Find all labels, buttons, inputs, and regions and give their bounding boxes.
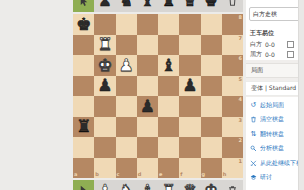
rank-label-4: 4 xyxy=(239,97,242,102)
file-label-c: c xyxy=(117,172,120,177)
square-e5[interactable] xyxy=(158,76,179,97)
square-g5[interactable] xyxy=(201,76,222,97)
square-b7[interactable]: ♜ xyxy=(94,35,115,56)
black-rook-glyph: ♜ xyxy=(162,0,175,9)
rank-label-5: 5 xyxy=(239,77,242,82)
white-rook-b7[interactable]: ♜ xyxy=(94,35,115,56)
square-f4[interactable] xyxy=(179,96,200,117)
rank-label-3: 3 xyxy=(239,118,242,123)
square-f1[interactable]: f xyxy=(179,158,200,179)
analysis-icon xyxy=(250,145,257,152)
castling-kingside-checkbox[interactable] xyxy=(287,41,294,48)
square-e4[interactable] xyxy=(158,96,179,117)
square-b3[interactable] xyxy=(94,117,115,138)
square-f6[interactable] xyxy=(179,55,200,76)
pointer-tool-white[interactable] xyxy=(73,180,94,190)
square-e7[interactable] xyxy=(158,35,179,56)
spare-black-pawn[interactable]: ♟ xyxy=(94,0,115,12)
rank-label-1: 1 xyxy=(239,159,242,164)
square-a5[interactable] xyxy=(73,76,94,97)
spare-pieces-white: ♟♞♝♜♛♚ xyxy=(73,180,243,190)
spare-white-knight[interactable]: ♞ xyxy=(116,180,137,190)
square-c7[interactable] xyxy=(116,35,137,56)
spare-white-pawn[interactable]: ♟ xyxy=(94,180,115,190)
square-c2[interactable] xyxy=(116,137,137,158)
black-bishop-glyph: ♝ xyxy=(141,0,154,9)
square-e2[interactable] xyxy=(158,137,179,158)
spare-black-bishop[interactable]: ♝ xyxy=(137,0,158,12)
white-king-b6[interactable]: ♚ xyxy=(94,55,115,76)
square-d8[interactable] xyxy=(137,14,158,35)
spare-black-queen[interactable]: ♛ xyxy=(179,0,200,12)
black-king-glyph: ♚ xyxy=(204,0,217,9)
square-h1[interactable]: h1 xyxy=(222,158,243,179)
castling-side-label: 黑方 xyxy=(250,50,262,59)
action-swords[interactable]: 从此处继续下棋 xyxy=(246,156,298,171)
castling-side-label: 白方 xyxy=(250,40,262,49)
spare-white-bishop[interactable]: ♝ xyxy=(137,180,158,190)
white-knight-glyph: ♞ xyxy=(119,183,132,190)
position-select[interactable]: 局面 xyxy=(246,63,298,78)
square-e1[interactable]: e xyxy=(158,158,179,179)
black-rook-a3[interactable]: ♜ xyxy=(73,117,94,138)
square-b2[interactable] xyxy=(94,137,115,158)
turn-castling-card: 白方走棋 王车易位 白方0-0 黑方0-0 xyxy=(246,0,298,60)
variant-select[interactable]: 变体 | Standard xyxy=(246,81,298,96)
square-g4[interactable] xyxy=(201,96,222,117)
square-a6[interactable] xyxy=(73,55,94,76)
action-label: 翻转棋盘 xyxy=(260,130,284,139)
action-label: 起始局面 xyxy=(260,101,284,110)
file-label-h: h xyxy=(223,172,227,177)
rank-label-2: 2 xyxy=(239,138,242,143)
square-h6[interactable]: 6 xyxy=(222,55,243,76)
square-c5[interactable] xyxy=(116,76,137,97)
square-g7[interactable] xyxy=(201,35,222,56)
square-g2[interactable] xyxy=(201,137,222,158)
square-c1[interactable]: c xyxy=(116,158,137,179)
square-b6[interactable]: ♚ xyxy=(94,55,115,76)
file-label-d: d xyxy=(138,172,142,177)
square-d2[interactable] xyxy=(137,137,158,158)
spare-white-king[interactable]: ♚ xyxy=(201,180,222,190)
file-label-f: f xyxy=(180,172,182,177)
castling-kingside-checkbox[interactable] xyxy=(287,51,294,58)
square-c8[interactable] xyxy=(116,14,137,35)
square-f2[interactable] xyxy=(179,137,200,158)
square-g6[interactable] xyxy=(201,55,222,76)
square-c3[interactable] xyxy=(116,117,137,138)
spare-black-rook[interactable]: ♜ xyxy=(158,0,179,12)
trash-tool-white[interactable] xyxy=(222,180,243,190)
black-pawn-d4[interactable]: ♟ xyxy=(137,96,158,117)
square-h5[interactable]: 5 xyxy=(222,76,243,97)
square-h4[interactable]: 4 xyxy=(222,96,243,117)
white-king-glyph: ♚ xyxy=(204,183,217,190)
square-g3[interactable] xyxy=(201,117,222,138)
square-h7[interactable]: 7 xyxy=(222,35,243,56)
castling-kingside-label: 0-0 xyxy=(265,41,275,48)
file-label-g: g xyxy=(202,172,206,177)
square-e8[interactable] xyxy=(158,14,179,35)
white-queen-glyph: ♛ xyxy=(183,183,196,190)
action-trash[interactable]: 清空棋盘 xyxy=(246,113,298,128)
square-f7[interactable] xyxy=(179,35,200,56)
actions-card: ↺起始局面清空棋盘⇅翻转棋盘分析棋盘从此处继续下棋研讨 xyxy=(246,97,298,190)
action-analysis[interactable]: 分析棋盘 xyxy=(246,142,298,157)
square-h2[interactable]: 2 xyxy=(222,137,243,158)
square-e3[interactable] xyxy=(158,117,179,138)
square-a1[interactable]: a xyxy=(73,158,94,179)
castling-row-white: 白方0-0 xyxy=(250,40,296,48)
turn-select[interactable]: 白方走棋 xyxy=(249,7,304,21)
pointer-tool-black[interactable] xyxy=(73,0,94,12)
action-label: 从此处继续下棋 xyxy=(260,159,298,168)
square-e6[interactable]: ♝ xyxy=(158,55,179,76)
square-c6[interactable]: ♟ xyxy=(116,55,137,76)
rank-label-6: 6 xyxy=(239,56,242,61)
castling-row-black: 黑方0-0 xyxy=(250,50,296,58)
action-label: 研讨 xyxy=(260,173,272,182)
square-b1[interactable]: b xyxy=(94,158,115,179)
castling-title: 王车易位 xyxy=(250,29,274,38)
square-h8[interactable]: 8 xyxy=(222,14,243,35)
spare-white-rook[interactable]: ♜ xyxy=(158,180,179,190)
square-a2[interactable] xyxy=(73,137,94,158)
square-b5[interactable]: ♟ xyxy=(94,76,115,97)
file-label-e: e xyxy=(159,172,162,177)
study-icon xyxy=(250,174,257,181)
white-pawn-glyph: ♟ xyxy=(98,183,111,190)
black-knight-glyph: ♞ xyxy=(119,0,132,9)
rank-label-8: 8 xyxy=(239,15,242,20)
square-d3[interactable] xyxy=(137,117,158,138)
file-label-b: b xyxy=(95,172,99,177)
swords-icon xyxy=(250,160,257,167)
square-g8[interactable] xyxy=(201,14,222,35)
position-select-card: 局面 xyxy=(246,63,298,78)
square-d5[interactable] xyxy=(137,76,158,97)
scrollbar-track[interactable] xyxy=(298,0,304,190)
white-bishop-glyph: ♝ xyxy=(141,183,154,190)
square-c4[interactable] xyxy=(116,96,137,117)
trash-tool-black[interactable] xyxy=(222,0,243,12)
castling-kingside-label: 0-0 xyxy=(265,51,275,58)
black-bishop-e6[interactable]: ♝ xyxy=(158,55,179,76)
action-study[interactable]: 研讨 xyxy=(246,171,298,186)
trash-icon xyxy=(250,116,257,123)
black-pawn-glyph: ♟ xyxy=(98,0,111,9)
spare-black-knight[interactable]: ♞ xyxy=(116,0,137,12)
square-f5[interactable]: ♟ xyxy=(179,76,200,97)
black-pawn-b5[interactable]: ♟ xyxy=(94,76,115,97)
square-g1[interactable]: g xyxy=(201,158,222,179)
spare-white-queen[interactable]: ♛ xyxy=(179,180,200,190)
restart-icon: ↺ xyxy=(250,102,257,109)
spare-black-king[interactable]: ♚ xyxy=(201,0,222,12)
square-f3[interactable] xyxy=(179,117,200,138)
square-d7[interactable] xyxy=(137,35,158,56)
square-a8[interactable]: ♚ xyxy=(73,14,94,35)
square-a3[interactable]: ♜ xyxy=(73,117,94,138)
square-d6[interactable] xyxy=(137,55,158,76)
square-d4[interactable]: ♟ xyxy=(137,96,158,117)
spare-pieces-black: ♟♞♝♜♛♚ xyxy=(73,0,243,12)
action-restart[interactable]: ↺起始局面 xyxy=(246,98,298,113)
black-pawn-f5[interactable]: ♟ xyxy=(179,76,200,97)
action-label: 清空棋盘 xyxy=(260,115,284,124)
square-h3[interactable]: 3 xyxy=(222,117,243,138)
black-king-a8[interactable]: ♚ xyxy=(73,14,94,35)
actions-list: ↺起始局面清空棋盘⇅翻转棋盘分析棋盘从此处继续下棋研讨 xyxy=(246,98,298,185)
action-flip[interactable]: ⇅翻转棋盘 xyxy=(246,127,298,142)
rank-label-7: 7 xyxy=(239,36,242,41)
file-label-a: a xyxy=(74,172,77,177)
square-a4[interactable] xyxy=(73,96,94,117)
square-b8[interactable] xyxy=(94,14,115,35)
white-pawn-c6[interactable]: ♟ xyxy=(116,55,137,76)
chess-board[interactable]: ♚8♜7♚♟♝6♟♟5♟4♜32abcdefgh1 xyxy=(73,14,243,178)
square-a7[interactable] xyxy=(73,35,94,56)
square-f8[interactable] xyxy=(179,14,200,35)
variant-select-card: 变体 | Standard xyxy=(246,81,298,96)
square-d1[interactable]: d xyxy=(137,158,158,179)
square-b4[interactable] xyxy=(94,96,115,117)
editor-sidebar: 白方走棋 王车易位 白方0-0 黑方0-0 局面 变体 | Standard ↺… xyxy=(246,0,298,190)
black-queen-glyph: ♛ xyxy=(183,0,196,9)
board-editor-page: ♟♞♝♜♛♚ ♚8♜7♚♟♝6♟♟5♟4♜32abcdefgh1 ♟♞♝♜♛♚ … xyxy=(0,0,304,190)
action-label: 分析棋盘 xyxy=(260,144,284,153)
flip-icon: ⇅ xyxy=(250,131,257,138)
white-rook-glyph: ♜ xyxy=(162,183,175,190)
